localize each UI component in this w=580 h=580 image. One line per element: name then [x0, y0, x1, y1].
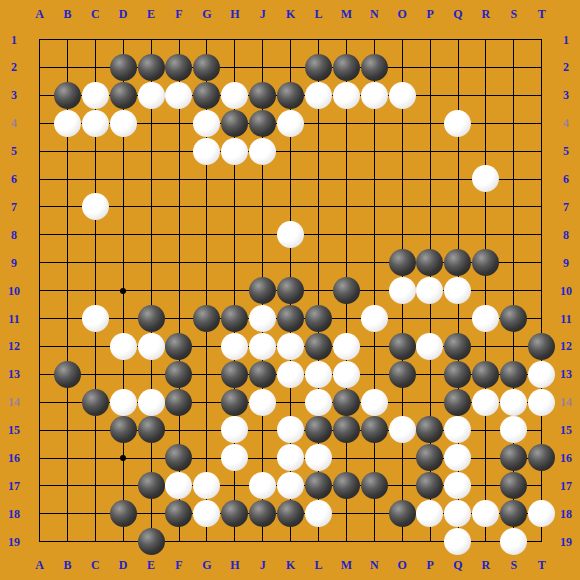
board-cell-B11[interactable]: [53, 304, 81, 332]
board-cell-F3[interactable]: [165, 81, 193, 109]
board-cell-E4[interactable]: [137, 109, 165, 137]
board-cell-F1[interactable]: [165, 26, 193, 54]
board-cell-T1[interactable]: [528, 26, 556, 54]
board-cell-D14[interactable]: [109, 388, 137, 416]
board-cell-K10[interactable]: [277, 277, 305, 305]
board-cell-R11[interactable]: [472, 304, 500, 332]
board-cell-F9[interactable]: [165, 249, 193, 277]
board-cell-E9[interactable]: [137, 249, 165, 277]
board-cell-S5[interactable]: [500, 137, 528, 165]
board-cell-R17[interactable]: [472, 472, 500, 500]
board-cell-Q16[interactable]: [444, 444, 472, 472]
board-cell-T5[interactable]: [528, 137, 556, 165]
board-cell-A2[interactable]: [26, 53, 54, 81]
board-cell-S7[interactable]: [500, 193, 528, 221]
board-cell-H14[interactable]: [221, 388, 249, 416]
board-cell-J7[interactable]: [249, 193, 277, 221]
board-cell-D18[interactable]: [109, 500, 137, 528]
board-cell-J19[interactable]: [249, 528, 277, 556]
board-cell-Q7[interactable]: [444, 193, 472, 221]
board-cell-D6[interactable]: [109, 165, 137, 193]
board-cell-D16[interactable]: [109, 444, 137, 472]
board-cell-J3[interactable]: [249, 81, 277, 109]
board-cell-M14[interactable]: [332, 388, 360, 416]
board-cell-K3[interactable]: [277, 81, 305, 109]
board-cell-E15[interactable]: [137, 416, 165, 444]
board-cell-T2[interactable]: [528, 53, 556, 81]
board-cell-G10[interactable]: [193, 277, 221, 305]
board-cell-L3[interactable]: [304, 81, 332, 109]
board-cell-R3[interactable]: [472, 81, 500, 109]
board-cell-P5[interactable]: [416, 137, 444, 165]
board-cell-M9[interactable]: [332, 249, 360, 277]
board-cell-D11[interactable]: [109, 304, 137, 332]
board-cell-C9[interactable]: [81, 249, 109, 277]
board-cell-O17[interactable]: [388, 472, 416, 500]
board-cell-H15[interactable]: [221, 416, 249, 444]
board-cell-L10[interactable]: [304, 277, 332, 305]
board-cell-A4[interactable]: [26, 109, 54, 137]
board-cell-M8[interactable]: [332, 221, 360, 249]
board-cell-O18[interactable]: [388, 500, 416, 528]
board-cell-M1[interactable]: [332, 26, 360, 54]
board-cell-Q12[interactable]: [444, 332, 472, 360]
board-cell-J14[interactable]: [249, 388, 277, 416]
board-cell-H16[interactable]: [221, 444, 249, 472]
board-cell-B9[interactable]: [53, 249, 81, 277]
board-cell-C5[interactable]: [81, 137, 109, 165]
board-cell-E17[interactable]: [137, 472, 165, 500]
board-cell-T18[interactable]: [528, 500, 556, 528]
board-cell-L19[interactable]: [304, 528, 332, 556]
board-cell-A14[interactable]: [26, 388, 54, 416]
board-cell-E19[interactable]: [137, 528, 165, 556]
board-cell-F2[interactable]: [165, 53, 193, 81]
board-cell-S11[interactable]: [500, 304, 528, 332]
board-cell-N16[interactable]: [360, 444, 388, 472]
board-cell-A3[interactable]: [26, 81, 54, 109]
board-cell-O2[interactable]: [388, 53, 416, 81]
board-cell-P18[interactable]: [416, 500, 444, 528]
board-cell-J9[interactable]: [249, 249, 277, 277]
board-cell-A18[interactable]: [26, 500, 54, 528]
board-cell-D8[interactable]: [109, 221, 137, 249]
board-cell-B17[interactable]: [53, 472, 81, 500]
board-cell-N7[interactable]: [360, 193, 388, 221]
board-cell-M13[interactable]: [332, 360, 360, 388]
board-cell-L12[interactable]: [304, 332, 332, 360]
board-cell-O10[interactable]: [388, 277, 416, 305]
board-cell-J6[interactable]: [249, 165, 277, 193]
board-cell-C12[interactable]: [81, 332, 109, 360]
board-cell-K7[interactable]: [277, 193, 305, 221]
board-cell-G14[interactable]: [193, 388, 221, 416]
board-cell-R7[interactable]: [472, 193, 500, 221]
board-cell-C18[interactable]: [81, 500, 109, 528]
board-cell-M17[interactable]: [332, 472, 360, 500]
board-cell-M7[interactable]: [332, 193, 360, 221]
board-cell-E13[interactable]: [137, 360, 165, 388]
board-cell-H8[interactable]: [221, 221, 249, 249]
board-cell-R13[interactable]: [472, 360, 500, 388]
board-cell-D15[interactable]: [109, 416, 137, 444]
board-cell-R5[interactable]: [472, 137, 500, 165]
board-cell-J8[interactable]: [249, 221, 277, 249]
board-cell-B13[interactable]: [53, 360, 81, 388]
board-cell-K5[interactable]: [277, 137, 305, 165]
board-cell-O4[interactable]: [388, 109, 416, 137]
board-cell-A13[interactable]: [26, 360, 54, 388]
board-cell-A8[interactable]: [26, 221, 54, 249]
board-cell-O8[interactable]: [388, 221, 416, 249]
board-cell-G15[interactable]: [193, 416, 221, 444]
board-cell-N19[interactable]: [360, 528, 388, 556]
board-cell-J10[interactable]: [249, 277, 277, 305]
board-cell-E12[interactable]: [137, 332, 165, 360]
board-cell-A19[interactable]: [26, 528, 54, 556]
board-cell-C10[interactable]: [81, 277, 109, 305]
board-cell-L5[interactable]: [304, 137, 332, 165]
board-cell-Q3[interactable]: [444, 81, 472, 109]
board-cell-Q13[interactable]: [444, 360, 472, 388]
board-cell-O15[interactable]: [388, 416, 416, 444]
board-cell-O11[interactable]: [388, 304, 416, 332]
board-cell-F19[interactable]: [165, 528, 193, 556]
board-cell-K13[interactable]: [277, 360, 305, 388]
board-cell-K2[interactable]: [277, 53, 305, 81]
board-cell-L7[interactable]: [304, 193, 332, 221]
board-cell-C1[interactable]: [81, 26, 109, 54]
board-cell-B16[interactable]: [53, 444, 81, 472]
board-cell-C8[interactable]: [81, 221, 109, 249]
board-cell-L11[interactable]: [304, 304, 332, 332]
board-cell-B3[interactable]: [53, 81, 81, 109]
board-cell-P6[interactable]: [416, 165, 444, 193]
board-cell-N18[interactable]: [360, 500, 388, 528]
board-cell-K1[interactable]: [277, 26, 305, 54]
board-cell-A9[interactable]: [26, 249, 54, 277]
board-cell-E10[interactable]: [137, 277, 165, 305]
board-cell-K4[interactable]: [277, 109, 305, 137]
board-cell-S19[interactable]: [500, 528, 528, 556]
board-cell-Q6[interactable]: [444, 165, 472, 193]
board-cell-N6[interactable]: [360, 165, 388, 193]
board-cell-N3[interactable]: [360, 81, 388, 109]
board-cell-H5[interactable]: [221, 137, 249, 165]
board-cell-C7[interactable]: [81, 193, 109, 221]
board-cell-O1[interactable]: [388, 26, 416, 54]
board-cell-G4[interactable]: [193, 109, 221, 137]
board-cell-S17[interactable]: [500, 472, 528, 500]
board-cell-S2[interactable]: [500, 53, 528, 81]
board-cell-F17[interactable]: [165, 472, 193, 500]
board-cell-H17[interactable]: [221, 472, 249, 500]
board-cell-A6[interactable]: [26, 165, 54, 193]
board-cell-M19[interactable]: [332, 528, 360, 556]
board-cell-O14[interactable]: [388, 388, 416, 416]
board-cell-J15[interactable]: [249, 416, 277, 444]
board-cell-C6[interactable]: [81, 165, 109, 193]
board-cell-K8[interactable]: [277, 221, 305, 249]
board-cell-D4[interactable]: [109, 109, 137, 137]
board-cell-M3[interactable]: [332, 81, 360, 109]
board-cell-M16[interactable]: [332, 444, 360, 472]
board-cell-P8[interactable]: [416, 221, 444, 249]
board-cell-J13[interactable]: [249, 360, 277, 388]
board-cell-S4[interactable]: [500, 109, 528, 137]
board-cell-B18[interactable]: [53, 500, 81, 528]
board-cell-N4[interactable]: [360, 109, 388, 137]
board-cell-G12[interactable]: [193, 332, 221, 360]
board-cell-P10[interactable]: [416, 277, 444, 305]
board-cell-B10[interactable]: [53, 277, 81, 305]
board-cell-P15[interactable]: [416, 416, 444, 444]
board-cell-Q19[interactable]: [444, 528, 472, 556]
board-cell-F14[interactable]: [165, 388, 193, 416]
board-cell-L15[interactable]: [304, 416, 332, 444]
board-cell-R2[interactable]: [472, 53, 500, 81]
board-cell-N2[interactable]: [360, 53, 388, 81]
board-cell-D10[interactable]: [109, 277, 137, 305]
board-cell-Q5[interactable]: [444, 137, 472, 165]
board-cell-R16[interactable]: [472, 444, 500, 472]
board-cell-G5[interactable]: [193, 137, 221, 165]
board-cell-B4[interactable]: [53, 109, 81, 137]
board-cell-N13[interactable]: [360, 360, 388, 388]
board-cell-Q8[interactable]: [444, 221, 472, 249]
board-cell-T6[interactable]: [528, 165, 556, 193]
board-cell-E11[interactable]: [137, 304, 165, 332]
board-cell-T3[interactable]: [528, 81, 556, 109]
board-cell-A5[interactable]: [26, 137, 54, 165]
board-cell-N1[interactable]: [360, 26, 388, 54]
board-cell-E6[interactable]: [137, 165, 165, 193]
board-cell-R10[interactable]: [472, 277, 500, 305]
board-cell-G2[interactable]: [193, 53, 221, 81]
board-cell-B7[interactable]: [53, 193, 81, 221]
board-cell-F11[interactable]: [165, 304, 193, 332]
board-cell-R9[interactable]: [472, 249, 500, 277]
board-cell-H2[interactable]: [221, 53, 249, 81]
board-cell-H6[interactable]: [221, 165, 249, 193]
board-cell-Q1[interactable]: [444, 26, 472, 54]
board-cell-R14[interactable]: [472, 388, 500, 416]
board-cell-H11[interactable]: [221, 304, 249, 332]
board-cell-T16[interactable]: [528, 444, 556, 472]
board-cell-D2[interactable]: [109, 53, 137, 81]
board-cell-B6[interactable]: [53, 165, 81, 193]
board-cell-S8[interactable]: [500, 221, 528, 249]
board-cell-G1[interactable]: [193, 26, 221, 54]
board-cell-D1[interactable]: [109, 26, 137, 54]
board-cell-J4[interactable]: [249, 109, 277, 137]
board-cell-S3[interactable]: [500, 81, 528, 109]
board-cell-C19[interactable]: [81, 528, 109, 556]
board-cell-D17[interactable]: [109, 472, 137, 500]
board-cell-H1[interactable]: [221, 26, 249, 54]
board-cell-H10[interactable]: [221, 277, 249, 305]
board-cell-B8[interactable]: [53, 221, 81, 249]
board-cell-N15[interactable]: [360, 416, 388, 444]
board-cell-J16[interactable]: [249, 444, 277, 472]
board-cell-Q18[interactable]: [444, 500, 472, 528]
board-cell-B5[interactable]: [53, 137, 81, 165]
board-cell-A11[interactable]: [26, 304, 54, 332]
board-cell-E14[interactable]: [137, 388, 165, 416]
board-cell-O12[interactable]: [388, 332, 416, 360]
board-cell-T7[interactable]: [528, 193, 556, 221]
board-cell-E8[interactable]: [137, 221, 165, 249]
board-cell-S12[interactable]: [500, 332, 528, 360]
board-cell-R8[interactable]: [472, 221, 500, 249]
board-cell-O16[interactable]: [388, 444, 416, 472]
board-cell-S9[interactable]: [500, 249, 528, 277]
board-cell-G6[interactable]: [193, 165, 221, 193]
board-cell-A12[interactable]: [26, 332, 54, 360]
board-cell-L13[interactable]: [304, 360, 332, 388]
board-cell-S13[interactable]: [500, 360, 528, 388]
board-cell-D7[interactable]: [109, 193, 137, 221]
board-cell-L2[interactable]: [304, 53, 332, 81]
board-cell-K15[interactable]: [277, 416, 305, 444]
board-cell-A1[interactable]: [26, 26, 54, 54]
board-cell-L18[interactable]: [304, 500, 332, 528]
board-cell-N11[interactable]: [360, 304, 388, 332]
board-cell-O6[interactable]: [388, 165, 416, 193]
board-cell-G13[interactable]: [193, 360, 221, 388]
board-cell-M6[interactable]: [332, 165, 360, 193]
board-cell-R6[interactable]: [472, 165, 500, 193]
board-cell-G8[interactable]: [193, 221, 221, 249]
board-cell-O3[interactable]: [388, 81, 416, 109]
board-cell-C4[interactable]: [81, 109, 109, 137]
board-cell-S14[interactable]: [500, 388, 528, 416]
board-cell-K17[interactable]: [277, 472, 305, 500]
board-cell-P13[interactable]: [416, 360, 444, 388]
board-cell-N14[interactable]: [360, 388, 388, 416]
board-cell-G3[interactable]: [193, 81, 221, 109]
board-cell-Q10[interactable]: [444, 277, 472, 305]
board-cell-B1[interactable]: [53, 26, 81, 54]
board-cell-B2[interactable]: [53, 53, 81, 81]
board-cell-H12[interactable]: [221, 332, 249, 360]
board-cell-F15[interactable]: [165, 416, 193, 444]
board-cell-O7[interactable]: [388, 193, 416, 221]
board-cell-L17[interactable]: [304, 472, 332, 500]
board-cell-J17[interactable]: [249, 472, 277, 500]
board-cell-M11[interactable]: [332, 304, 360, 332]
board-cell-L9[interactable]: [304, 249, 332, 277]
board-cell-C11[interactable]: [81, 304, 109, 332]
board-cell-T15[interactable]: [528, 416, 556, 444]
board-cell-Q9[interactable]: [444, 249, 472, 277]
board-cell-P3[interactable]: [416, 81, 444, 109]
board-cell-T17[interactable]: [528, 472, 556, 500]
board-cell-C16[interactable]: [81, 444, 109, 472]
board-cell-J18[interactable]: [249, 500, 277, 528]
board-cell-R15[interactable]: [472, 416, 500, 444]
board-cell-D12[interactable]: [109, 332, 137, 360]
board-cell-H9[interactable]: [221, 249, 249, 277]
board-cell-B14[interactable]: [53, 388, 81, 416]
board-cell-D9[interactable]: [109, 249, 137, 277]
board-cell-R4[interactable]: [472, 109, 500, 137]
board-cell-N10[interactable]: [360, 277, 388, 305]
board-cell-M5[interactable]: [332, 137, 360, 165]
board-cell-K6[interactable]: [277, 165, 305, 193]
board-cell-A7[interactable]: [26, 193, 54, 221]
board-cell-T9[interactable]: [528, 249, 556, 277]
board-cell-P19[interactable]: [416, 528, 444, 556]
board-cell-P7[interactable]: [416, 193, 444, 221]
board-cell-P1[interactable]: [416, 26, 444, 54]
board-cell-N17[interactable]: [360, 472, 388, 500]
board-cell-L16[interactable]: [304, 444, 332, 472]
board-cell-S16[interactable]: [500, 444, 528, 472]
board-cell-E2[interactable]: [137, 53, 165, 81]
board-cell-Q4[interactable]: [444, 109, 472, 137]
board-cell-C3[interactable]: [81, 81, 109, 109]
board-cell-K16[interactable]: [277, 444, 305, 472]
board-cell-S18[interactable]: [500, 500, 528, 528]
board-cell-R1[interactable]: [472, 26, 500, 54]
board-cell-C14[interactable]: [81, 388, 109, 416]
board-cell-H19[interactable]: [221, 528, 249, 556]
board-cell-T4[interactable]: [528, 109, 556, 137]
board-cell-P14[interactable]: [416, 388, 444, 416]
board-cell-T19[interactable]: [528, 528, 556, 556]
board-cell-T10[interactable]: [528, 277, 556, 305]
board-cell-N12[interactable]: [360, 332, 388, 360]
board-cell-N8[interactable]: [360, 221, 388, 249]
board-cell-G7[interactable]: [193, 193, 221, 221]
board-cell-L4[interactable]: [304, 109, 332, 137]
board-cell-K12[interactable]: [277, 332, 305, 360]
board-cell-C15[interactable]: [81, 416, 109, 444]
board-cell-K11[interactable]: [277, 304, 305, 332]
board-cell-J12[interactable]: [249, 332, 277, 360]
board-cell-F18[interactable]: [165, 500, 193, 528]
board-cell-A10[interactable]: [26, 277, 54, 305]
board-cell-C2[interactable]: [81, 53, 109, 81]
board-cell-J5[interactable]: [249, 137, 277, 165]
board-cell-P17[interactable]: [416, 472, 444, 500]
board-cell-E3[interactable]: [137, 81, 165, 109]
board-cell-E5[interactable]: [137, 137, 165, 165]
board-cell-A16[interactable]: [26, 444, 54, 472]
board-cell-G18[interactable]: [193, 500, 221, 528]
board-cell-P9[interactable]: [416, 249, 444, 277]
board-cell-N5[interactable]: [360, 137, 388, 165]
board-cell-H3[interactable]: [221, 81, 249, 109]
board-cell-A17[interactable]: [26, 472, 54, 500]
board-cell-T13[interactable]: [528, 360, 556, 388]
board-cell-L8[interactable]: [304, 221, 332, 249]
board-cell-O13[interactable]: [388, 360, 416, 388]
board-cell-A15[interactable]: [26, 416, 54, 444]
board-cell-J1[interactable]: [249, 26, 277, 54]
board-cell-J11[interactable]: [249, 304, 277, 332]
board-cell-G19[interactable]: [193, 528, 221, 556]
board-cell-L1[interactable]: [304, 26, 332, 54]
board-cell-P12[interactable]: [416, 332, 444, 360]
board-cell-D3[interactable]: [109, 81, 137, 109]
board-cell-K18[interactable]: [277, 500, 305, 528]
board-cell-F4[interactable]: [165, 109, 193, 137]
board-cell-F10[interactable]: [165, 277, 193, 305]
board-cell-P11[interactable]: [416, 304, 444, 332]
board-cell-G11[interactable]: [193, 304, 221, 332]
